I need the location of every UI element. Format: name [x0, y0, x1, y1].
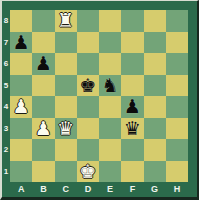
square-b5[interactable] [32, 75, 54, 97]
square-d7[interactable] [77, 32, 99, 54]
rank-label-1: 1 [2, 161, 10, 183]
square-f6[interactable] [121, 53, 143, 75]
square-e1[interactable] [99, 161, 121, 183]
piece-black-knight-e5: ♞ [99, 75, 121, 97]
square-d2[interactable] [77, 139, 99, 161]
piece-black-pawn-b6: ♟ [32, 53, 54, 75]
square-e8[interactable] [99, 10, 121, 32]
square-a7[interactable]: ♟ [10, 32, 32, 54]
square-h4[interactable] [166, 96, 188, 118]
square-a6[interactable] [10, 53, 32, 75]
square-g4[interactable] [144, 96, 166, 118]
square-b4[interactable] [32, 96, 54, 118]
square-a3[interactable] [10, 118, 32, 140]
square-h7[interactable] [166, 32, 188, 54]
square-e3[interactable] [99, 118, 121, 140]
square-a2[interactable] [10, 139, 32, 161]
file-label-a: A [10, 182, 32, 196]
rank-label-4: 4 [2, 96, 10, 118]
file-label-b: B [32, 182, 54, 196]
square-c1[interactable] [55, 161, 77, 183]
square-g7[interactable] [144, 32, 166, 54]
square-h2[interactable] [166, 139, 188, 161]
chess-diagram: 87654321 ♜♟♟♚♞♟♟♟♛♛♚ ABCDEFGH [0, 0, 199, 200]
square-d3[interactable] [77, 118, 99, 140]
rank-label-5: 5 [2, 75, 10, 97]
square-b7[interactable] [32, 32, 54, 54]
square-a8[interactable] [10, 10, 32, 32]
piece-black-king-d5: ♚ [77, 75, 99, 97]
square-h3[interactable] [166, 118, 188, 140]
square-g2[interactable] [144, 139, 166, 161]
square-a4[interactable]: ♟ [10, 96, 32, 118]
piece-white-rook-c8: ♜ [55, 10, 77, 32]
square-c3[interactable]: ♛ [55, 118, 77, 140]
file-label-d: D [77, 182, 99, 196]
square-f1[interactable] [121, 161, 143, 183]
piece-black-queen-f3: ♛ [121, 118, 143, 140]
square-c7[interactable] [55, 32, 77, 54]
square-d1[interactable]: ♚ [77, 161, 99, 183]
square-b3[interactable]: ♟ [32, 118, 54, 140]
square-f2[interactable] [121, 139, 143, 161]
square-c2[interactable] [55, 139, 77, 161]
rank-label-2: 2 [2, 139, 10, 161]
square-a5[interactable] [10, 75, 32, 97]
file-label-e: E [99, 182, 121, 196]
square-e5[interactable]: ♞ [99, 75, 121, 97]
square-e2[interactable] [99, 139, 121, 161]
piece-black-pawn-a7: ♟ [10, 32, 32, 54]
square-f8[interactable] [121, 10, 143, 32]
square-d8[interactable] [77, 10, 99, 32]
square-g5[interactable] [144, 75, 166, 97]
square-d4[interactable] [77, 96, 99, 118]
square-h6[interactable] [166, 53, 188, 75]
square-g3[interactable] [144, 118, 166, 140]
square-b6[interactable]: ♟ [32, 53, 54, 75]
square-b2[interactable] [32, 139, 54, 161]
square-c5[interactable] [55, 75, 77, 97]
square-g1[interactable] [144, 161, 166, 183]
square-d5[interactable]: ♚ [77, 75, 99, 97]
square-h8[interactable] [166, 10, 188, 32]
chess-board: ♜♟♟♚♞♟♟♟♛♛♚ [10, 10, 188, 182]
square-f3[interactable]: ♛ [121, 118, 143, 140]
square-f4[interactable]: ♟ [121, 96, 143, 118]
piece-white-king-d1: ♚ [77, 161, 99, 183]
square-h1[interactable] [166, 161, 188, 183]
file-label-h: H [166, 182, 188, 196]
file-label-f: F [121, 182, 143, 196]
square-e6[interactable] [99, 53, 121, 75]
square-c4[interactable] [55, 96, 77, 118]
piece-white-pawn-a4: ♟ [10, 96, 32, 118]
rank-label-7: 7 [2, 32, 10, 54]
square-c8[interactable]: ♜ [55, 10, 77, 32]
square-g8[interactable] [144, 10, 166, 32]
rank-label-8: 8 [2, 10, 10, 32]
square-f7[interactable] [121, 32, 143, 54]
file-label-c: C [55, 182, 77, 196]
piece-black-pawn-f4: ♟ [121, 96, 143, 118]
file-label-g: G [144, 182, 166, 196]
square-e4[interactable] [99, 96, 121, 118]
piece-white-pawn-b3: ♟ [32, 118, 54, 140]
square-d6[interactable] [77, 53, 99, 75]
rank-label-6: 6 [2, 53, 10, 75]
square-h5[interactable] [166, 75, 188, 97]
rank-labels: 87654321 [2, 10, 10, 182]
square-c6[interactable] [55, 53, 77, 75]
square-f5[interactable] [121, 75, 143, 97]
square-a1[interactable] [10, 161, 32, 183]
square-g6[interactable] [144, 53, 166, 75]
piece-white-queen-c3: ♛ [55, 118, 77, 140]
square-b8[interactable] [32, 10, 54, 32]
file-labels: ABCDEFGH [10, 182, 188, 196]
rank-label-3: 3 [2, 118, 10, 140]
square-b1[interactable] [32, 161, 54, 183]
square-e7[interactable] [99, 32, 121, 54]
